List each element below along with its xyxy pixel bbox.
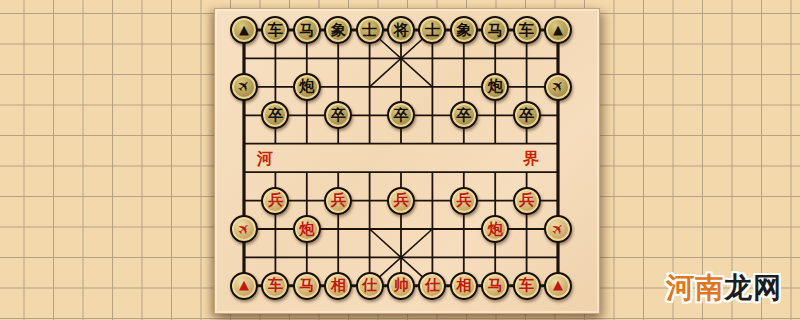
chariot-glyph: 车 bbox=[268, 22, 283, 37]
watermark-black-text: 龙网 bbox=[724, 271, 782, 304]
piece-red-soldier[interactable]: 兵 bbox=[513, 187, 541, 215]
piece-red-soldier[interactable]: 兵 bbox=[324, 187, 352, 215]
piece-red-cannon[interactable]: 炮 bbox=[481, 215, 509, 243]
piece-red-rocket[interactable]: ▲ bbox=[230, 272, 258, 300]
piece-black-chariot[interactable]: 车 bbox=[513, 16, 541, 44]
horse-glyph: 马 bbox=[299, 278, 314, 293]
plane-glyph: ✈ bbox=[548, 77, 568, 97]
piece-black-general[interactable]: 将 bbox=[387, 16, 415, 44]
advisor-glyph: 仕 bbox=[362, 278, 377, 293]
piece-black-plane[interactable]: ✈ bbox=[544, 73, 572, 101]
piece-red-plane[interactable]: ✈ bbox=[544, 215, 572, 243]
piece-red-elephant[interactable]: 相 bbox=[324, 272, 352, 300]
piece-red-rocket[interactable]: ▲ bbox=[544, 272, 572, 300]
piece-red-horse[interactable]: 马 bbox=[481, 272, 509, 300]
general-glyph: 将 bbox=[394, 22, 409, 37]
advisor-glyph: 仕 bbox=[425, 278, 440, 293]
piece-black-horse[interactable]: 马 bbox=[481, 16, 509, 44]
elephant-glyph: 相 bbox=[456, 278, 471, 293]
elephant-glyph: 相 bbox=[331, 278, 346, 293]
rocket-glyph: ▲ bbox=[239, 23, 249, 36]
soldier-glyph: 卒 bbox=[268, 107, 283, 122]
xiangqi-board[interactable]: 河 界 ▲车马象士将士象马车▲✈炮炮✈卒卒卒卒卒兵兵兵兵兵✈炮炮✈▲车马相仕帅仕… bbox=[214, 8, 600, 314]
general-glyph: 帅 bbox=[394, 278, 409, 293]
soldier-glyph: 兵 bbox=[331, 193, 346, 208]
advisor-glyph: 士 bbox=[425, 22, 440, 37]
watermark: 河南龙网 bbox=[666, 269, 782, 307]
elephant-glyph: 象 bbox=[331, 22, 346, 37]
soldier-glyph: 卒 bbox=[456, 107, 471, 122]
soldier-glyph: 卒 bbox=[331, 107, 346, 122]
rocket-glyph: ▲ bbox=[553, 278, 563, 291]
river-label-right: 界 bbox=[523, 149, 539, 170]
piece-red-general[interactable]: 帅 bbox=[387, 272, 415, 300]
soldier-glyph: 兵 bbox=[268, 193, 283, 208]
piece-red-advisor[interactable]: 仕 bbox=[356, 272, 384, 300]
chariot-glyph: 车 bbox=[268, 278, 283, 293]
horse-glyph: 马 bbox=[488, 278, 503, 293]
piece-red-soldier[interactable]: 兵 bbox=[450, 187, 478, 215]
plane-glyph: ✈ bbox=[234, 77, 254, 97]
piece-red-soldier[interactable]: 兵 bbox=[387, 187, 415, 215]
river-label-left: 河 bbox=[257, 149, 273, 170]
cannon-glyph: 炮 bbox=[488, 79, 503, 94]
soldier-glyph: 卒 bbox=[519, 107, 534, 122]
piece-black-rocket[interactable]: ▲ bbox=[230, 16, 258, 44]
piece-red-elephant[interactable]: 相 bbox=[450, 272, 478, 300]
piece-black-horse[interactable]: 马 bbox=[293, 16, 321, 44]
piece-black-advisor[interactable]: 士 bbox=[356, 16, 384, 44]
piece-red-horse[interactable]: 马 bbox=[293, 272, 321, 300]
piece-red-plane[interactable]: ✈ bbox=[230, 215, 258, 243]
advisor-glyph: 士 bbox=[362, 22, 377, 37]
horse-glyph: 马 bbox=[299, 22, 314, 37]
piece-black-plane[interactable]: ✈ bbox=[230, 73, 258, 101]
piece-red-chariot[interactable]: 车 bbox=[513, 272, 541, 300]
cannon-glyph: 炮 bbox=[299, 221, 314, 236]
piece-black-elephant[interactable]: 象 bbox=[324, 16, 352, 44]
piece-red-cannon[interactable]: 炮 bbox=[293, 215, 321, 243]
watermark-orange-text: 河南 bbox=[666, 271, 724, 304]
soldier-glyph: 兵 bbox=[394, 193, 409, 208]
chariot-glyph: 车 bbox=[519, 22, 534, 37]
piece-black-cannon[interactable]: 炮 bbox=[293, 73, 321, 101]
piece-red-soldier[interactable]: 兵 bbox=[261, 187, 289, 215]
elephant-glyph: 象 bbox=[456, 22, 471, 37]
cannon-glyph: 炮 bbox=[488, 221, 503, 236]
horse-glyph: 马 bbox=[488, 22, 503, 37]
soldier-glyph: 卒 bbox=[394, 107, 409, 122]
soldier-glyph: 兵 bbox=[519, 193, 534, 208]
piece-black-soldier[interactable]: 卒 bbox=[513, 101, 541, 129]
plane-glyph: ✈ bbox=[234, 219, 254, 239]
piece-black-cannon[interactable]: 炮 bbox=[481, 73, 509, 101]
cannon-glyph: 炮 bbox=[299, 79, 314, 94]
chariot-glyph: 车 bbox=[519, 278, 534, 293]
plane-glyph: ✈ bbox=[548, 219, 568, 239]
piece-black-elephant[interactable]: 象 bbox=[450, 16, 478, 44]
piece-black-soldier[interactable]: 卒 bbox=[450, 101, 478, 129]
rocket-glyph: ▲ bbox=[553, 23, 563, 36]
piece-black-rocket[interactable]: ▲ bbox=[544, 16, 572, 44]
rocket-glyph: ▲ bbox=[239, 278, 249, 291]
soldier-glyph: 兵 bbox=[456, 193, 471, 208]
page-background: { "game": "xiangqi-variant", "game_descr… bbox=[0, 0, 800, 320]
